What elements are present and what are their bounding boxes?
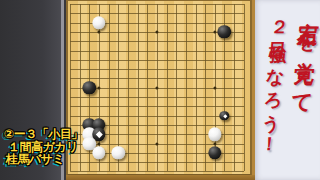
go-board[interactable] [64,0,253,180]
pincer-name-label: 桂馬バサミ [6,153,83,166]
go-board-wood [66,0,252,176]
lesson-number-label: ②ー３「小目」 [4,128,83,141]
thumbnail-stage: ②ー３「小目」 １間高ガカリ 桂馬バサミ 定石を覚えて ２目強くなろう！ [0,0,320,180]
go-board-side-face-right [252,0,255,178]
lesson-caption: ②ー３「小目」 １間高ガカリ 桂馬バサミ [4,128,83,166]
go-board-side-face-bottom [66,175,255,180]
